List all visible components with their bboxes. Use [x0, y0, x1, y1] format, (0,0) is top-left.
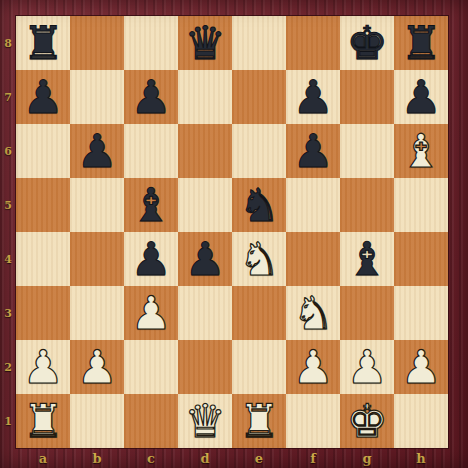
file-label-h: h	[394, 448, 448, 468]
rank-labels: 87654321	[0, 16, 16, 448]
piece-white-king[interactable]: ♚	[346, 394, 387, 448]
square-a1[interactable]: ♜	[16, 394, 70, 448]
square-b3[interactable]	[70, 286, 124, 340]
square-g2[interactable]: ♟	[340, 340, 394, 394]
file-label-g: g	[340, 448, 394, 468]
square-b5[interactable]	[70, 178, 124, 232]
piece-black-pawn[interactable]: ♟	[400, 70, 441, 124]
rank-label-8: 8	[0, 16, 16, 70]
chess-board: ♜♛♚♜♟♟♟♟♟♟♝♝♞♟♟♞♝♟♞♟♟♟♟♟♜♛♜♚	[16, 16, 448, 448]
piece-white-knight[interactable]: ♞	[238, 232, 279, 286]
piece-white-queen[interactable]: ♛	[184, 394, 225, 448]
square-e6[interactable]	[232, 124, 286, 178]
piece-white-pawn[interactable]: ♟	[346, 340, 387, 394]
square-g4[interactable]: ♝	[340, 232, 394, 286]
piece-white-bishop[interactable]: ♝	[400, 124, 441, 178]
rank-label-6: 6	[0, 124, 16, 178]
square-c2[interactable]	[124, 340, 178, 394]
square-f3[interactable]: ♞	[286, 286, 340, 340]
piece-black-pawn[interactable]: ♟	[292, 124, 333, 178]
board-frame: 87654321 ♜♛♚♜♟♟♟♟♟♟♝♝♞♟♟♞♝♟♞♟♟♟♟♟♜♛♜♚ ab…	[0, 0, 468, 468]
square-c6[interactable]	[124, 124, 178, 178]
square-g5[interactable]	[340, 178, 394, 232]
square-f7[interactable]: ♟	[286, 70, 340, 124]
square-h5[interactable]	[394, 178, 448, 232]
piece-black-pawn[interactable]: ♟	[292, 70, 333, 124]
piece-black-pawn[interactable]: ♟	[130, 232, 171, 286]
square-e5[interactable]: ♞	[232, 178, 286, 232]
file-label-e: e	[232, 448, 286, 468]
square-a3[interactable]	[16, 286, 70, 340]
square-b4[interactable]	[70, 232, 124, 286]
square-h2[interactable]: ♟	[394, 340, 448, 394]
rank-label-1: 1	[0, 394, 16, 448]
square-f5[interactable]	[286, 178, 340, 232]
square-c7[interactable]: ♟	[124, 70, 178, 124]
piece-black-pawn[interactable]: ♟	[22, 70, 63, 124]
piece-white-rook[interactable]: ♜	[238, 394, 279, 448]
piece-black-pawn[interactable]: ♟	[184, 232, 225, 286]
piece-black-bishop[interactable]: ♝	[346, 232, 387, 286]
square-e7[interactable]	[232, 70, 286, 124]
square-h8[interactable]: ♜	[394, 16, 448, 70]
piece-black-pawn[interactable]: ♟	[76, 124, 117, 178]
rank-label-3: 3	[0, 286, 16, 340]
square-e1[interactable]: ♜	[232, 394, 286, 448]
piece-white-pawn[interactable]: ♟	[292, 340, 333, 394]
square-f2[interactable]: ♟	[286, 340, 340, 394]
square-d4[interactable]: ♟	[178, 232, 232, 286]
rank-label-7: 7	[0, 70, 16, 124]
rank-label-2: 2	[0, 340, 16, 394]
square-h6[interactable]: ♝	[394, 124, 448, 178]
square-b6[interactable]: ♟	[70, 124, 124, 178]
file-label-a: a	[16, 448, 70, 468]
square-a2[interactable]: ♟	[16, 340, 70, 394]
file-label-d: d	[178, 448, 232, 468]
square-b8[interactable]	[70, 16, 124, 70]
piece-black-bishop[interactable]: ♝	[130, 178, 171, 232]
square-f8[interactable]	[286, 16, 340, 70]
piece-white-pawn[interactable]: ♟	[76, 340, 117, 394]
square-b7[interactable]	[70, 70, 124, 124]
square-g6[interactable]	[340, 124, 394, 178]
square-g3[interactable]	[340, 286, 394, 340]
square-c3[interactable]: ♟	[124, 286, 178, 340]
square-f6[interactable]: ♟	[286, 124, 340, 178]
piece-black-rook[interactable]: ♜	[22, 16, 63, 70]
square-a6[interactable]	[16, 124, 70, 178]
file-label-f: f	[286, 448, 340, 468]
square-g8[interactable]: ♚	[340, 16, 394, 70]
square-h3[interactable]	[394, 286, 448, 340]
square-g7[interactable]	[340, 70, 394, 124]
piece-black-knight[interactable]: ♞	[238, 178, 279, 232]
square-d3[interactable]	[178, 286, 232, 340]
file-labels: abcdefgh	[16, 448, 448, 468]
piece-white-pawn[interactable]: ♟	[130, 286, 171, 340]
square-f1[interactable]	[286, 394, 340, 448]
square-c1[interactable]	[124, 394, 178, 448]
square-d2[interactable]	[178, 340, 232, 394]
square-e2[interactable]	[232, 340, 286, 394]
piece-white-rook[interactable]: ♜	[22, 394, 63, 448]
piece-white-knight[interactable]: ♞	[292, 286, 333, 340]
piece-black-king[interactable]: ♚	[346, 16, 387, 70]
piece-white-pawn[interactable]: ♟	[400, 340, 441, 394]
square-e3[interactable]	[232, 286, 286, 340]
square-f4[interactable]	[286, 232, 340, 286]
square-e4[interactable]: ♞	[232, 232, 286, 286]
square-a4[interactable]	[16, 232, 70, 286]
file-label-b: b	[70, 448, 124, 468]
piece-black-queen[interactable]: ♛	[184, 16, 225, 70]
file-label-c: c	[124, 448, 178, 468]
square-c8[interactable]	[124, 16, 178, 70]
square-d5[interactable]	[178, 178, 232, 232]
square-d6[interactable]	[178, 124, 232, 178]
square-g1[interactable]: ♚	[340, 394, 394, 448]
rank-label-5: 5	[0, 178, 16, 232]
square-c5[interactable]: ♝	[124, 178, 178, 232]
square-d7[interactable]	[178, 70, 232, 124]
piece-black-pawn[interactable]: ♟	[130, 70, 171, 124]
square-c4[interactable]: ♟	[124, 232, 178, 286]
square-h1[interactable]	[394, 394, 448, 448]
square-d8[interactable]: ♛	[178, 16, 232, 70]
square-a8[interactable]: ♜	[16, 16, 70, 70]
piece-black-rook[interactable]: ♜	[400, 16, 441, 70]
square-h4[interactable]	[394, 232, 448, 286]
square-h7[interactable]: ♟	[394, 70, 448, 124]
square-b2[interactable]: ♟	[70, 340, 124, 394]
square-b1[interactable]	[70, 394, 124, 448]
piece-white-pawn[interactable]: ♟	[22, 340, 63, 394]
square-a7[interactable]: ♟	[16, 70, 70, 124]
square-d1[interactable]: ♛	[178, 394, 232, 448]
square-a5[interactable]	[16, 178, 70, 232]
square-e8[interactable]	[232, 16, 286, 70]
rank-label-4: 4	[0, 232, 16, 286]
